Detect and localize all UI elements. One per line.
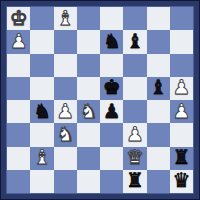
- square-c4[interactable]: ♟: [54, 100, 77, 123]
- square-f6[interactable]: [123, 54, 146, 77]
- square-b3[interactable]: [30, 123, 53, 146]
- square-e6[interactable]: [100, 54, 123, 77]
- square-g2[interactable]: [147, 147, 170, 170]
- square-e2[interactable]: [100, 147, 123, 170]
- square-d7[interactable]: [77, 30, 100, 53]
- black-king-piece: ♚: [103, 77, 121, 97]
- square-d8[interactable]: [77, 7, 100, 30]
- square-a6[interactable]: [7, 54, 30, 77]
- square-f5[interactable]: [123, 77, 146, 100]
- square-h2[interactable]: ♜: [170, 147, 193, 170]
- square-a3[interactable]: [7, 123, 30, 146]
- chess-board: ♚♝♟♞♝♚♝♟♞♟♞♟♟♞♟♝♛♜♜♛: [7, 7, 193, 193]
- square-b8[interactable]: [30, 7, 53, 30]
- white-pawn-piece: ♟: [172, 77, 190, 97]
- square-a5[interactable]: [7, 77, 30, 100]
- square-d3[interactable]: [77, 123, 100, 146]
- square-h6[interactable]: [170, 54, 193, 77]
- white-bishop-piece: ♝: [56, 8, 74, 28]
- square-c3[interactable]: ♞: [54, 123, 77, 146]
- square-b7[interactable]: [30, 30, 53, 53]
- square-f1[interactable]: ♜: [123, 170, 146, 193]
- white-pawn-piece: ♟: [56, 101, 74, 121]
- square-b1[interactable]: [30, 170, 53, 193]
- square-b2[interactable]: ♝: [30, 147, 53, 170]
- square-h1[interactable]: ♛: [170, 170, 193, 193]
- white-king-piece: ♚: [10, 8, 28, 28]
- square-g4[interactable]: [147, 100, 170, 123]
- square-c2[interactable]: [54, 147, 77, 170]
- square-g3[interactable]: [147, 123, 170, 146]
- square-g1[interactable]: [147, 170, 170, 193]
- chess-board-frame: ♚♝♟♞♝♚♝♟♞♟♞♟♟♞♟♝♛♜♜♛: [0, 0, 200, 200]
- square-d5[interactable]: [77, 77, 100, 100]
- black-bishop-piece: ♝: [149, 77, 167, 97]
- square-d1[interactable]: [77, 170, 100, 193]
- square-c1[interactable]: [54, 170, 77, 193]
- square-a7[interactable]: ♟: [7, 30, 30, 53]
- square-f3[interactable]: ♟: [123, 123, 146, 146]
- square-b6[interactable]: [30, 54, 53, 77]
- white-pawn-piece: ♟: [126, 124, 144, 144]
- square-c7[interactable]: [54, 30, 77, 53]
- white-pawn-piece: ♟: [172, 101, 190, 121]
- square-b4[interactable]: ♞: [30, 100, 53, 123]
- square-d4[interactable]: ♞: [77, 100, 100, 123]
- square-e7[interactable]: ♞: [100, 30, 123, 53]
- square-d2[interactable]: [77, 147, 100, 170]
- square-h3[interactable]: [170, 123, 193, 146]
- white-queen-piece: ♛: [126, 147, 144, 167]
- square-f7[interactable]: ♝: [123, 30, 146, 53]
- black-bishop-piece: ♝: [126, 31, 144, 51]
- square-g8[interactable]: [147, 7, 170, 30]
- square-e3[interactable]: [100, 123, 123, 146]
- black-rook-piece: ♜: [126, 170, 144, 190]
- square-g5[interactable]: ♝: [147, 77, 170, 100]
- square-a8[interactable]: ♚: [7, 7, 30, 30]
- square-d6[interactable]: [77, 54, 100, 77]
- square-f4[interactable]: [123, 100, 146, 123]
- white-pawn-piece: ♟: [10, 31, 28, 51]
- square-h4[interactable]: ♟: [170, 100, 193, 123]
- black-knight-piece: ♞: [103, 31, 121, 51]
- black-pawn-piece: ♟: [103, 101, 121, 121]
- square-a4[interactable]: [7, 100, 30, 123]
- square-h7[interactable]: [170, 30, 193, 53]
- square-a1[interactable]: [7, 170, 30, 193]
- white-knight-piece: ♞: [79, 101, 97, 121]
- black-knight-piece: ♞: [33, 101, 51, 121]
- square-b5[interactable]: [30, 77, 53, 100]
- square-g7[interactable]: [147, 30, 170, 53]
- black-rook-piece: ♜: [172, 147, 190, 167]
- square-c5[interactable]: [54, 77, 77, 100]
- white-knight-piece: ♞: [56, 124, 74, 144]
- square-h5[interactable]: ♟: [170, 77, 193, 100]
- square-g6[interactable]: [147, 54, 170, 77]
- square-h8[interactable]: [170, 7, 193, 30]
- black-queen-piece: ♛: [172, 170, 190, 190]
- square-a2[interactable]: [7, 147, 30, 170]
- square-e4[interactable]: ♟: [100, 100, 123, 123]
- square-f8[interactable]: [123, 7, 146, 30]
- white-bishop-piece: ♝: [33, 147, 51, 167]
- square-f2[interactable]: ♛: [123, 147, 146, 170]
- square-c8[interactable]: ♝: [54, 7, 77, 30]
- square-e5[interactable]: ♚: [100, 77, 123, 100]
- square-e8[interactable]: [100, 7, 123, 30]
- square-c6[interactable]: [54, 54, 77, 77]
- square-e1[interactable]: [100, 170, 123, 193]
